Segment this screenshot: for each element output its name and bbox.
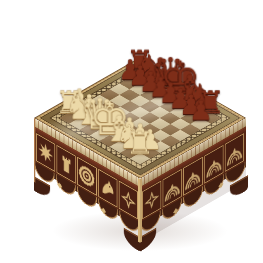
rook-figure-icon (59, 149, 75, 179)
sun-rosette-icon (78, 161, 96, 193)
star-accent-icon (218, 182, 223, 188)
four-point-star-icon (143, 184, 161, 216)
four-point-star-icon (119, 184, 137, 216)
chess-set-photo: ♜♞♝♛♚♝♞♜♟♟♟♟♟♟♟♟♟♟♟♟♟♟♟♟♜♞♝♛♚♝♞♜ (0, 0, 263, 263)
star-accent-icon (57, 183, 62, 189)
chess-box: ♜♞♝♛♚♝♞♜♟♟♟♟♟♟♟♟♟♟♟♟♟♟♟♟♜♞♝♛♚♝♞♜ (34, 57, 246, 179)
horse-head-icon (99, 173, 116, 204)
corner-edge (140, 178, 142, 243)
square-g4 (150, 130, 170, 142)
star-accent-icon (101, 208, 106, 214)
corner-edge (34, 118, 35, 183)
arch-fan-icon (225, 135, 243, 170)
box-foot (230, 175, 248, 200)
square-f3 (130, 130, 150, 142)
star-accent-icon (173, 208, 178, 214)
